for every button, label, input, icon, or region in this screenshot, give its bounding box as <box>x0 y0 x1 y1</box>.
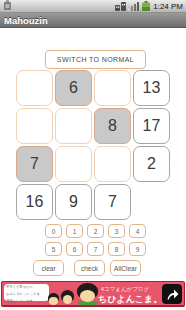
play-cell[interactable] <box>94 146 131 182</box>
play-cell[interactable] <box>16 108 53 144</box>
clock: 1:24 PM <box>153 2 183 11</box>
sum-cell: 7 <box>94 184 131 220</box>
ad-banner[interactable]: 子育てで見つけた おもしろかったことを 漫画にしています 4コマまんがブログ ち… <box>1 281 185 307</box>
ad-character-small <box>48 293 59 306</box>
given-cell: 8 <box>94 108 131 144</box>
key-8[interactable]: 8 <box>108 242 125 256</box>
ad-bubble-line: 子育てで見つけた <box>6 285 29 289</box>
clear-button[interactable]: clear <box>33 260 64 276</box>
app-screen: 1:24 PM Mahouzin SWITCH TO NORMAL 613817… <box>0 0 186 310</box>
board: 613817721697 <box>16 70 170 220</box>
key-4[interactable]: 4 <box>129 224 146 238</box>
key-3[interactable]: 3 <box>108 224 125 238</box>
given-cell: 6 <box>55 70 92 106</box>
app-title: Mahouzin <box>4 15 48 26</box>
switch-to-normal-button[interactable]: SWITCH TO NORMAL <box>45 50 146 69</box>
ad-bubble-line: 漫画にしています <box>6 299 29 303</box>
sum-cell: 17 <box>133 108 170 144</box>
play-cell[interactable] <box>16 70 53 106</box>
key-5[interactable]: 5 <box>45 242 62 256</box>
sum-cell: 2 <box>133 146 170 182</box>
keypad: 0123456789 <box>45 224 146 256</box>
key-2[interactable]: 2 <box>87 224 104 238</box>
key-6[interactable]: 6 <box>66 242 83 256</box>
sum-cell: 13 <box>133 70 170 106</box>
ad-bubble-line: おもしろかったことを <box>6 292 29 296</box>
status-bar: 1:24 PM <box>0 0 186 13</box>
check-button[interactable]: check <box>74 260 105 276</box>
ad-blog-title: ちひよんこま。 <box>98 293 162 306</box>
title-bar: Mahouzin <box>0 13 186 28</box>
sum-cell: 9 <box>55 184 92 220</box>
ad-character-medium <box>61 290 74 306</box>
play-cell[interactable] <box>55 146 92 182</box>
key-1[interactable]: 1 <box>66 224 83 238</box>
sum-cell: 16 <box>16 184 53 220</box>
given-cell: 7 <box>16 146 53 182</box>
arrow-up-right-icon[interactable] <box>162 284 182 304</box>
key-0[interactable]: 0 <box>45 224 62 238</box>
ad-subtitle: 4コマまんがブログ <box>101 286 149 293</box>
key-9[interactable]: 9 <box>129 242 146 256</box>
play-cell[interactable] <box>55 108 92 144</box>
ad-speech-bubble: 子育てで見つけた おもしろかったことを 漫画にしています <box>4 284 49 301</box>
play-cell[interactable] <box>94 70 131 106</box>
all-clear-button[interactable]: AllClear <box>110 260 141 276</box>
key-7[interactable]: 7 <box>87 242 104 256</box>
ad-character-large <box>77 283 98 304</box>
